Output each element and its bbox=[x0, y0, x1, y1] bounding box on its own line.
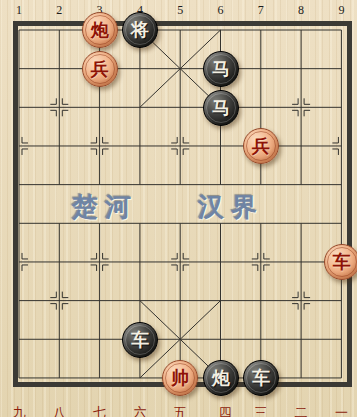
file-label-bottom: 二 bbox=[295, 404, 308, 417]
piece-glyph: 帅 bbox=[171, 369, 189, 387]
piece-black-chariot[interactable]: 车 bbox=[122, 322, 158, 358]
piece-red-chariot[interactable]: 车 bbox=[324, 244, 357, 280]
piece-glyph: 炮 bbox=[212, 369, 230, 387]
piece-red-general[interactable]: 帅 bbox=[162, 360, 198, 396]
piece-glyph: 将 bbox=[131, 21, 149, 39]
file-label-bottom: 三 bbox=[254, 404, 267, 417]
board-intersections[interactable]: 炮将兵马马兵车车帅炮车 bbox=[0, 11, 357, 398]
piece-glyph: 马 bbox=[212, 60, 230, 78]
xiangqi-board-screenshot: 1 2 3 4 5 6 7 8 9 楚河 汉界 炮将兵马马兵车车帅炮车 九 八 … bbox=[0, 0, 357, 417]
file-label-bottom: 六 bbox=[133, 404, 146, 417]
piece-black-horse[interactable]: 马 bbox=[203, 51, 239, 87]
file-label-bottom: 五 bbox=[174, 404, 187, 417]
file-label-bottom: 七 bbox=[93, 404, 106, 417]
piece-black-general[interactable]: 将 bbox=[122, 12, 158, 48]
piece-black-cannon[interactable]: 炮 bbox=[203, 360, 239, 396]
file-label-bottom: 一 bbox=[335, 404, 348, 417]
piece-glyph: 炮 bbox=[91, 21, 109, 39]
piece-red-soldier[interactable]: 兵 bbox=[82, 51, 118, 87]
piece-black-horse[interactable]: 马 bbox=[203, 90, 239, 126]
piece-glyph: 车 bbox=[252, 369, 270, 387]
piece-glyph: 车 bbox=[131, 331, 149, 349]
piece-red-soldier[interactable]: 兵 bbox=[243, 128, 279, 164]
piece-glyph: 兵 bbox=[91, 60, 109, 78]
piece-glyph: 马 bbox=[212, 99, 230, 117]
piece-glyph: 车 bbox=[333, 253, 351, 271]
file-label-bottom: 四 bbox=[219, 404, 232, 417]
piece-glyph: 兵 bbox=[252, 137, 270, 155]
file-label-bottom: 八 bbox=[53, 404, 66, 417]
file-label-bottom: 九 bbox=[13, 404, 26, 417]
piece-red-cannon[interactable]: 炮 bbox=[82, 12, 118, 48]
piece-black-chariot[interactable]: 车 bbox=[243, 360, 279, 396]
